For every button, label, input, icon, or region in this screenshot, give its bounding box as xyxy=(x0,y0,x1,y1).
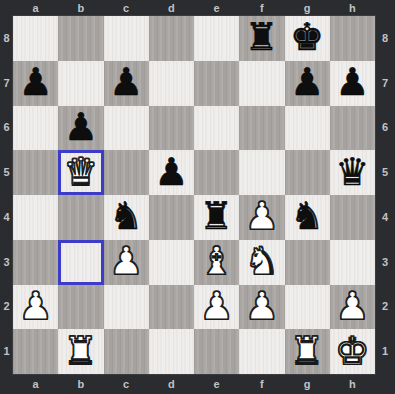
square-e8[interactable] xyxy=(194,16,239,61)
square-h7[interactable]: ♟ xyxy=(330,61,375,106)
piece-white-pawn[interactable]: ♟ xyxy=(109,242,143,280)
square-e4[interactable]: ♜ xyxy=(194,195,239,240)
square-f6[interactable] xyxy=(239,106,284,151)
square-g6[interactable] xyxy=(285,106,330,151)
file-label-f: f xyxy=(239,3,284,14)
square-c6[interactable] xyxy=(104,106,149,151)
piece-white-rook[interactable]: ♜ xyxy=(64,332,98,370)
file-label-g: g xyxy=(285,379,330,390)
square-c7[interactable]: ♟ xyxy=(104,61,149,106)
rank-label-7: 7 xyxy=(3,78,9,89)
square-d7[interactable] xyxy=(149,61,194,106)
square-a7[interactable]: ♟ xyxy=(13,61,58,106)
piece-white-rook[interactable]: ♜ xyxy=(290,332,324,370)
square-c8[interactable] xyxy=(104,16,149,61)
rank-label-8: 8 xyxy=(382,33,388,44)
file-label-d: d xyxy=(149,3,194,14)
rank-label-5: 5 xyxy=(3,167,9,178)
piece-white-bishop[interactable]: ♝ xyxy=(200,242,234,280)
chess-board[interactable]: ♜♚♟♟♟♟♟♛♟♛♞♜♟♞♟♝♞♟♟♟♟♜♜♚ xyxy=(13,16,375,374)
rank-label-1: 1 xyxy=(3,346,9,357)
square-d8[interactable] xyxy=(149,16,194,61)
square-f4[interactable]: ♟ xyxy=(239,195,284,240)
square-a8[interactable] xyxy=(13,16,58,61)
square-h2[interactable]: ♟ xyxy=(330,285,375,330)
piece-black-rook[interactable]: ♜ xyxy=(200,197,234,235)
file-label-f: f xyxy=(239,379,284,390)
square-d5[interactable]: ♟ xyxy=(149,150,194,195)
file-labels-top: abcdefgh xyxy=(13,0,375,16)
square-b8[interactable] xyxy=(58,16,103,61)
square-f1[interactable] xyxy=(239,329,284,374)
square-b4[interactable] xyxy=(58,195,103,240)
square-a1[interactable] xyxy=(13,329,58,374)
piece-white-pawn[interactable]: ♟ xyxy=(245,287,279,325)
piece-white-pawn[interactable]: ♟ xyxy=(245,197,279,235)
square-d6[interactable] xyxy=(149,106,194,151)
square-c4[interactable]: ♞ xyxy=(104,195,149,240)
piece-white-king[interactable]: ♚ xyxy=(335,332,369,370)
square-e1[interactable] xyxy=(194,329,239,374)
file-label-a: a xyxy=(13,3,58,14)
square-b2[interactable] xyxy=(58,285,103,330)
file-label-g: g xyxy=(285,3,330,14)
rank-label-3: 3 xyxy=(382,257,388,268)
file-label-a: a xyxy=(13,379,58,390)
square-c3[interactable]: ♟ xyxy=(104,240,149,285)
square-g3[interactable] xyxy=(285,240,330,285)
piece-black-pawn[interactable]: ♟ xyxy=(290,63,324,101)
square-b6[interactable]: ♟ xyxy=(58,106,103,151)
piece-black-knight[interactable]: ♞ xyxy=(109,197,143,235)
rank-label-3: 3 xyxy=(3,257,9,268)
square-f7[interactable] xyxy=(239,61,284,106)
piece-black-king[interactable]: ♚ xyxy=(290,18,324,56)
square-b5[interactable]: ♛ xyxy=(58,150,103,195)
square-d1[interactable] xyxy=(149,329,194,374)
rank-labels-right: 87654321 xyxy=(375,16,395,374)
rank-label-2: 2 xyxy=(3,301,9,312)
square-d2[interactable] xyxy=(149,285,194,330)
square-h4[interactable] xyxy=(330,195,375,240)
piece-black-pawn[interactable]: ♟ xyxy=(64,108,98,146)
square-h8[interactable] xyxy=(330,16,375,61)
square-a4[interactable] xyxy=(13,195,58,240)
rank-label-7: 7 xyxy=(382,78,388,89)
file-label-c: c xyxy=(104,3,149,14)
square-c5[interactable] xyxy=(104,150,149,195)
piece-black-queen[interactable]: ♛ xyxy=(335,153,369,191)
square-a5[interactable] xyxy=(13,150,58,195)
square-d4[interactable] xyxy=(149,195,194,240)
square-g7[interactable]: ♟ xyxy=(285,61,330,106)
square-c2[interactable] xyxy=(104,285,149,330)
square-a2[interactable]: ♟ xyxy=(13,285,58,330)
square-a3[interactable] xyxy=(13,240,58,285)
rank-label-6: 6 xyxy=(382,122,388,133)
file-label-b: b xyxy=(58,3,103,14)
square-g5[interactable] xyxy=(285,150,330,195)
square-f3[interactable]: ♞ xyxy=(239,240,284,285)
piece-white-knight[interactable]: ♞ xyxy=(245,242,279,280)
piece-black-pawn[interactable]: ♟ xyxy=(154,153,188,191)
piece-white-pawn[interactable]: ♟ xyxy=(335,287,369,325)
square-a6[interactable] xyxy=(13,106,58,151)
rank-label-1: 1 xyxy=(382,346,388,357)
file-label-h: h xyxy=(330,3,375,14)
rank-labels-left: 87654321 xyxy=(0,16,13,374)
rank-label-5: 5 xyxy=(382,167,388,178)
file-label-e: e xyxy=(194,3,239,14)
rank-label-2: 2 xyxy=(382,301,388,312)
piece-black-pawn[interactable]: ♟ xyxy=(335,63,369,101)
piece-black-knight[interactable]: ♞ xyxy=(290,197,324,235)
square-e3[interactable]: ♝ xyxy=(194,240,239,285)
square-f2[interactable]: ♟ xyxy=(239,285,284,330)
square-h5[interactable]: ♛ xyxy=(330,150,375,195)
piece-white-queen[interactable]: ♛ xyxy=(64,153,98,191)
square-b7[interactable] xyxy=(58,61,103,106)
file-label-b: b xyxy=(58,379,103,390)
file-labels-bottom: abcdefgh xyxy=(13,374,375,394)
square-b1[interactable]: ♜ xyxy=(58,329,103,374)
rank-label-4: 4 xyxy=(382,212,388,223)
square-e7[interactable] xyxy=(194,61,239,106)
square-h1[interactable]: ♚ xyxy=(330,329,375,374)
square-e5[interactable] xyxy=(194,150,239,195)
piece-white-pawn[interactable]: ♟ xyxy=(200,287,234,325)
square-h6[interactable] xyxy=(330,106,375,151)
square-d3[interactable] xyxy=(149,240,194,285)
rank-label-8: 8 xyxy=(3,33,9,44)
square-h3[interactable] xyxy=(330,240,375,285)
file-label-c: c xyxy=(104,379,149,390)
file-label-e: e xyxy=(194,379,239,390)
piece-black-pawn[interactable]: ♟ xyxy=(109,63,143,101)
piece-black-pawn[interactable]: ♟ xyxy=(19,63,53,101)
file-label-d: d xyxy=(149,379,194,390)
rank-label-4: 4 xyxy=(3,212,9,223)
square-g4[interactable]: ♞ xyxy=(285,195,330,240)
square-b3[interactable] xyxy=(58,240,103,285)
square-g2[interactable] xyxy=(285,285,330,330)
piece-white-pawn[interactable]: ♟ xyxy=(19,287,53,325)
rank-label-6: 6 xyxy=(3,122,9,133)
square-f8[interactable]: ♜ xyxy=(239,16,284,61)
file-label-h: h xyxy=(330,379,375,390)
square-e6[interactable] xyxy=(194,106,239,151)
chess-app-window: abcdefgh 87654321 ♜♚♟♟♟♟♟♛♟♛♞♜♟♞♟♝♞♟♟♟♟♜… xyxy=(0,0,395,394)
square-e2[interactable]: ♟ xyxy=(194,285,239,330)
square-f5[interactable] xyxy=(239,150,284,195)
square-c1[interactable] xyxy=(104,329,149,374)
square-g1[interactable]: ♜ xyxy=(285,329,330,374)
square-g8[interactable]: ♚ xyxy=(285,16,330,61)
piece-black-rook[interactable]: ♜ xyxy=(245,18,279,56)
